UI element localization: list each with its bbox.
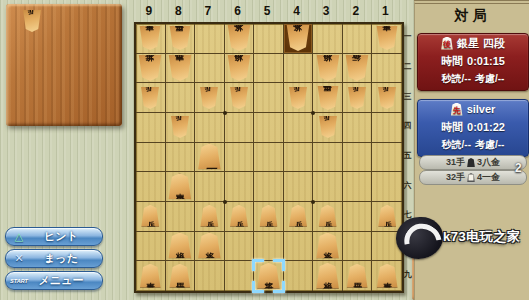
shogi-piece-gote[interactable]: 銀将: [227, 55, 251, 81]
board-cell[interactable]: 歩兵: [284, 202, 314, 232]
board-cell[interactable]: 歩兵: [372, 202, 402, 232]
board-cell[interactable]: 歩兵: [136, 202, 166, 232]
board-cell[interactable]: [136, 143, 166, 173]
sente-time-label: 時間: [441, 120, 463, 135]
watermark-page-number: 2: [515, 161, 522, 175]
shogi-piece-gote[interactable]: 飛車: [168, 55, 192, 81]
piece-kanji: 歩兵: [235, 215, 243, 217]
board-cell[interactable]: 金将: [195, 232, 225, 262]
sente-side-icon: 先: [451, 103, 463, 116]
selection-cursor-corner: [252, 281, 264, 293]
piece-kanji: 飛車: [175, 185, 184, 187]
shogi-piece-sente[interactable]: 桂馬: [169, 264, 191, 288]
board-cell[interactable]: [195, 172, 225, 202]
board-cell[interactable]: [284, 232, 314, 262]
board-cell[interactable]: 歩兵: [254, 202, 284, 232]
board-cell[interactable]: 歩兵: [372, 83, 402, 113]
board-cell[interactable]: 歩兵: [225, 83, 255, 113]
board-cell[interactable]: [225, 143, 255, 173]
board-cell[interactable]: 飛車: [166, 172, 196, 202]
piece-kanji: 角行: [353, 67, 362, 69]
board-cell[interactable]: [254, 24, 284, 54]
shogi-piece-gote[interactable]: 香車: [376, 26, 398, 50]
sente-name-row: 先 silver: [418, 100, 528, 118]
piece-kanji: 金将: [234, 37, 243, 39]
piece-kanji: 歩兵: [235, 97, 243, 99]
shogi-piece-gote[interactable]: 歩兵: [141, 87, 160, 109]
sente-time-value: 0:01:22: [467, 121, 505, 133]
board-cell[interactable]: [343, 202, 373, 232]
shogi-piece-gote[interactable]: 歩兵: [229, 87, 248, 109]
gote-thinking: 考慮/--: [475, 72, 504, 86]
sente-byoyomi-row: 秒読/-- 考慮/--: [418, 136, 528, 154]
board-cell[interactable]: 銀将: [225, 54, 255, 84]
piece-kanji: 歩兵: [146, 215, 154, 217]
piece-kanji: 歩兵: [264, 215, 272, 217]
board-cell[interactable]: 歩兵: [284, 83, 314, 113]
shogi-piece-gote[interactable]: 王将: [138, 55, 162, 81]
file-label: 3: [311, 4, 341, 20]
board-cell[interactable]: 銀将: [166, 232, 196, 262]
hint-button-label: ヒント: [32, 229, 90, 244]
board-cell[interactable]: [166, 202, 196, 232]
board-cell[interactable]: [313, 172, 343, 202]
undo-button-label: まった: [32, 251, 90, 266]
star-point: [223, 111, 227, 115]
board-grid: 香車桂馬金将金将香車王将飛車銀将銀将角行歩兵歩兵歩兵歩兵桂馬歩兵歩兵歩兵歩兵馬飛…: [136, 24, 402, 291]
shogi-piece-gote[interactable]: 歩兵: [23, 10, 42, 32]
piece-kanji: 歩兵: [205, 215, 213, 217]
piece-kanji: 歩兵: [294, 215, 302, 217]
board-cell[interactable]: 歩兵: [136, 83, 166, 113]
shogi-piece-gote[interactable]: 金将: [227, 25, 251, 51]
shogi-piece-gote[interactable]: 金将: [286, 25, 310, 51]
shogi-piece-sente[interactable]: 銀将: [168, 232, 192, 258]
shogi-piece-sente[interactable]: 金将: [316, 232, 340, 258]
shogi-piece-sente[interactable]: 桂馬: [346, 264, 368, 288]
board-cell[interactable]: 香車: [372, 261, 402, 291]
board-cell[interactable]: [195, 24, 225, 54]
board-cell[interactable]: [372, 113, 402, 143]
board-cell[interactable]: 銀将: [313, 54, 343, 84]
file-label: 6: [223, 4, 253, 20]
last-move-square[interactable]: 金将: [284, 24, 314, 54]
move-history-row[interactable]: 32手 4一金: [419, 170, 527, 185]
board-cell[interactable]: [225, 172, 255, 202]
board-cell[interactable]: [284, 113, 314, 143]
board-cell[interactable]: [254, 232, 284, 262]
shogi-piece-sente[interactable]: 歩兵: [259, 205, 278, 227]
piece-kanji: 金将: [294, 37, 303, 39]
piece-kanji: 銀将: [234, 67, 243, 69]
sente-move-icon: [467, 158, 475, 167]
board-cell[interactable]: 王将: [136, 54, 166, 84]
board-cell[interactable]: [195, 113, 225, 143]
piece-kanji: 歩兵: [383, 97, 391, 99]
shogi-piece-sente[interactable]: 歩兵: [289, 205, 308, 227]
hint-button[interactable]: △ ヒント: [5, 227, 103, 246]
board-cell[interactable]: [343, 113, 373, 143]
gote-player-name: 銀星: [457, 36, 479, 51]
move-history-row[interactable]: 31手 3八金: [419, 155, 527, 170]
board-cell[interactable]: [225, 261, 255, 291]
star-point: [311, 200, 315, 204]
board-cell[interactable]: [254, 113, 284, 143]
file-label: 5: [252, 4, 282, 20]
piece-kanji: 銀将: [323, 275, 332, 277]
board-cell[interactable]: [284, 261, 314, 291]
gote-time-row: 時間 0:01:15: [418, 52, 528, 70]
gote-time-label: 時間: [441, 54, 463, 69]
piece-kanji: 金将: [205, 244, 214, 246]
move-text: 3八金: [477, 156, 500, 169]
shogi-board: 香車桂馬金将金将香車王将飛車銀将銀将角行歩兵歩兵歩兵歩兵桂馬歩兵歩兵歩兵歩兵馬飛…: [134, 22, 404, 293]
shogi-piece-gote[interactable]: 歩兵: [289, 87, 308, 109]
move-number: 31手: [446, 156, 465, 169]
board-cell[interactable]: [166, 143, 196, 173]
file-label: 2: [341, 4, 371, 20]
shogi-piece-sente[interactable]: 歩兵: [229, 205, 248, 227]
board-cell[interactable]: 金将: [225, 24, 255, 54]
board-cell[interactable]: [372, 54, 402, 84]
piece-kanji: 香車: [146, 275, 155, 277]
shogi-piece-sente[interactable]: 飛車: [168, 173, 192, 199]
piece-kanji: 香車: [383, 275, 392, 277]
board-cell[interactable]: [225, 113, 255, 143]
gote-komadai-tray[interactable]: 歩兵: [6, 4, 122, 126]
piece-kanji: 玉将: [264, 275, 273, 277]
sente-byoyomi: 秒読/--: [442, 138, 471, 152]
piece-kanji: 歩兵: [294, 97, 302, 99]
piece-kanji: 歩兵: [383, 215, 391, 217]
piece-kanji: 歩兵: [324, 215, 332, 217]
board-cell[interactable]: 香車: [136, 24, 166, 54]
file-label: 8: [164, 4, 194, 20]
board-cell[interactable]: [343, 143, 373, 173]
board-cell[interactable]: [136, 232, 166, 262]
board-cell[interactable]: [254, 143, 284, 173]
shogi-piece-gote[interactable]: 角行: [345, 55, 369, 81]
shogi-piece-sente[interactable]: 香車: [376, 264, 398, 288]
piece-kanji: 桂馬: [353, 275, 362, 277]
menu-button-label: メニュー: [32, 273, 90, 288]
sente-thinking: 考慮/--: [475, 138, 504, 152]
file-label: 1: [371, 4, 401, 20]
board-cell[interactable]: 香車: [136, 261, 166, 291]
shogi-piece-gote[interactable]: 桂馬: [169, 26, 191, 50]
shogi-piece-gote[interactable]: 歩兵: [318, 116, 337, 138]
board-cell[interactable]: [313, 143, 343, 173]
board-cell[interactable]: [136, 172, 166, 202]
start-button-icon: START: [6, 278, 32, 284]
board-cell[interactable]: 桂馬: [313, 83, 343, 113]
gote-byoyomi: 秒読/--: [442, 72, 471, 86]
piece-kanji: 桂馬: [175, 275, 184, 277]
board-cell[interactable]: [343, 24, 373, 54]
watermark-text: k73电玩之家: [443, 228, 520, 246]
shogi-piece-gote[interactable]: 歩兵: [378, 87, 397, 109]
board-cell[interactable]: [313, 24, 343, 54]
board-cell[interactable]: [372, 143, 402, 173]
file-label: 4: [282, 4, 312, 20]
board-cell[interactable]: [136, 113, 166, 143]
piece-kanji: 歩兵: [353, 97, 361, 99]
file-label: 9: [134, 4, 164, 20]
piece-kanji: 飛車: [175, 67, 184, 69]
board-cell[interactable]: [166, 83, 196, 113]
panel-title: 対局: [415, 7, 529, 25]
shogi-piece-sente[interactable]: 歩兵: [378, 205, 397, 227]
gote-byoyomi-row: 秒読/-- 考慮/--: [418, 70, 528, 88]
board-cell[interactable]: 香車: [372, 24, 402, 54]
shogi-piece-sente[interactable]: 歩兵: [318, 205, 337, 227]
piece-kanji: 歩兵: [324, 126, 332, 128]
board-cell[interactable]: 桂馬: [166, 261, 196, 291]
piece-kanji: 銀将: [323, 67, 332, 69]
board-cell[interactable]: [254, 83, 284, 113]
triangle-button-icon: △: [6, 230, 32, 243]
board-cell[interactable]: [254, 172, 284, 202]
sente-time-row: 時間 0:01:22: [418, 118, 528, 136]
move-number: 32手: [446, 171, 465, 184]
board-cell[interactable]: [195, 54, 225, 84]
piece-kanji: 王将: [146, 67, 155, 69]
star-point: [311, 111, 315, 115]
board-cell[interactable]: 金将: [313, 232, 343, 262]
undo-button[interactable]: ✕ まった: [5, 249, 103, 268]
board-cell[interactable]: 歩兵: [166, 113, 196, 143]
gote-move-icon: [467, 173, 475, 182]
piece-kanji: 歩兵: [176, 126, 184, 128]
shogi-piece-sente[interactable]: 馬: [197, 143, 221, 169]
board-cell[interactable]: [254, 54, 284, 84]
piece-kanji: 歩兵: [205, 97, 213, 99]
gote-side-icon: 後: [441, 37, 453, 50]
file-label: 7: [193, 4, 223, 20]
piece-kanji: 金将: [323, 244, 332, 246]
board-cell[interactable]: 桂馬: [343, 261, 373, 291]
board-cell[interactable]: 桂馬: [166, 24, 196, 54]
shogi-piece-gote[interactable]: 銀将: [316, 55, 340, 81]
piece-kanji: 歩兵: [28, 20, 36, 22]
gote-name-row: 後 銀星 四段: [418, 34, 528, 52]
piece-kanji: 桂馬: [323, 97, 332, 99]
shogi-piece-gote[interactable]: 香車: [139, 26, 161, 50]
move-text: 4一金: [477, 171, 500, 184]
gote-player-box: 後 銀星 四段 時間 0:01:15 秒読/-- 考慮/--: [417, 33, 529, 91]
board-cell[interactable]: 歩兵: [313, 113, 343, 143]
cross-button-icon: ✕: [6, 252, 32, 265]
board-cell[interactable]: [343, 172, 373, 202]
sente-player-name: silver: [467, 103, 496, 115]
board-cell[interactable]: 飛車: [166, 54, 196, 84]
shogi-piece-sente[interactable]: 金将: [197, 232, 221, 258]
board-cell[interactable]: 角行: [343, 54, 373, 84]
gote-time-value: 0:01:15: [467, 55, 505, 67]
board-cell[interactable]: [284, 172, 314, 202]
shogi-piece-gote[interactable]: 歩兵: [348, 87, 367, 109]
shogi-piece-sente[interactable]: 香車: [139, 264, 161, 288]
board-cell[interactable]: 歩兵: [225, 202, 255, 232]
selection-cursor-corner: [252, 259, 264, 271]
menu-button[interactable]: START メニュー: [5, 271, 103, 290]
shogi-piece-gote[interactable]: 歩兵: [200, 87, 219, 109]
board-cell[interactable]: [225, 232, 255, 262]
gote-player-rank: 四段: [483, 36, 505, 51]
board-cell[interactable]: 馬: [195, 143, 225, 173]
board-cell[interactable]: 銀将: [313, 261, 343, 291]
board-cell[interactable]: 歩兵: [343, 83, 373, 113]
board-cell[interactable]: [284, 143, 314, 173]
board-cell[interactable]: [343, 232, 373, 262]
board-cell[interactable]: 歩兵: [313, 202, 343, 232]
shogi-piece-sente[interactable]: 歩兵: [200, 205, 219, 227]
file-labels: 987654321: [134, 4, 400, 20]
piece-kanji: 桂馬: [175, 37, 184, 39]
board-cell[interactable]: 玉将: [254, 261, 284, 291]
shogi-piece-gote[interactable]: 桂馬: [317, 86, 339, 110]
piece-kanji: 銀将: [175, 244, 184, 246]
star-point: [223, 200, 227, 204]
board-cell[interactable]: [195, 261, 225, 291]
board-cell[interactable]: 歩兵: [195, 83, 225, 113]
board-cell[interactable]: [372, 172, 402, 202]
piece-kanji: 歩兵: [146, 97, 154, 99]
shogi-piece-sente[interactable]: 歩兵: [141, 205, 160, 227]
board-cell[interactable]: [284, 54, 314, 84]
board-cell[interactable]: 歩兵: [195, 202, 225, 232]
piece-kanji: 香車: [383, 37, 392, 39]
game-screen: 歩兵 987654321 一二三四五六七八九 香車桂馬金将金将香車王将飛車銀将銀…: [0, 0, 529, 300]
piece-kanji: 香車: [146, 37, 155, 39]
shogi-piece-sente[interactable]: 銀将: [316, 263, 340, 289]
sente-player-box: 先 silver 時間 0:01:22 秒読/-- 考慮/--: [417, 99, 529, 157]
shogi-piece-gote[interactable]: 歩兵: [170, 116, 189, 138]
